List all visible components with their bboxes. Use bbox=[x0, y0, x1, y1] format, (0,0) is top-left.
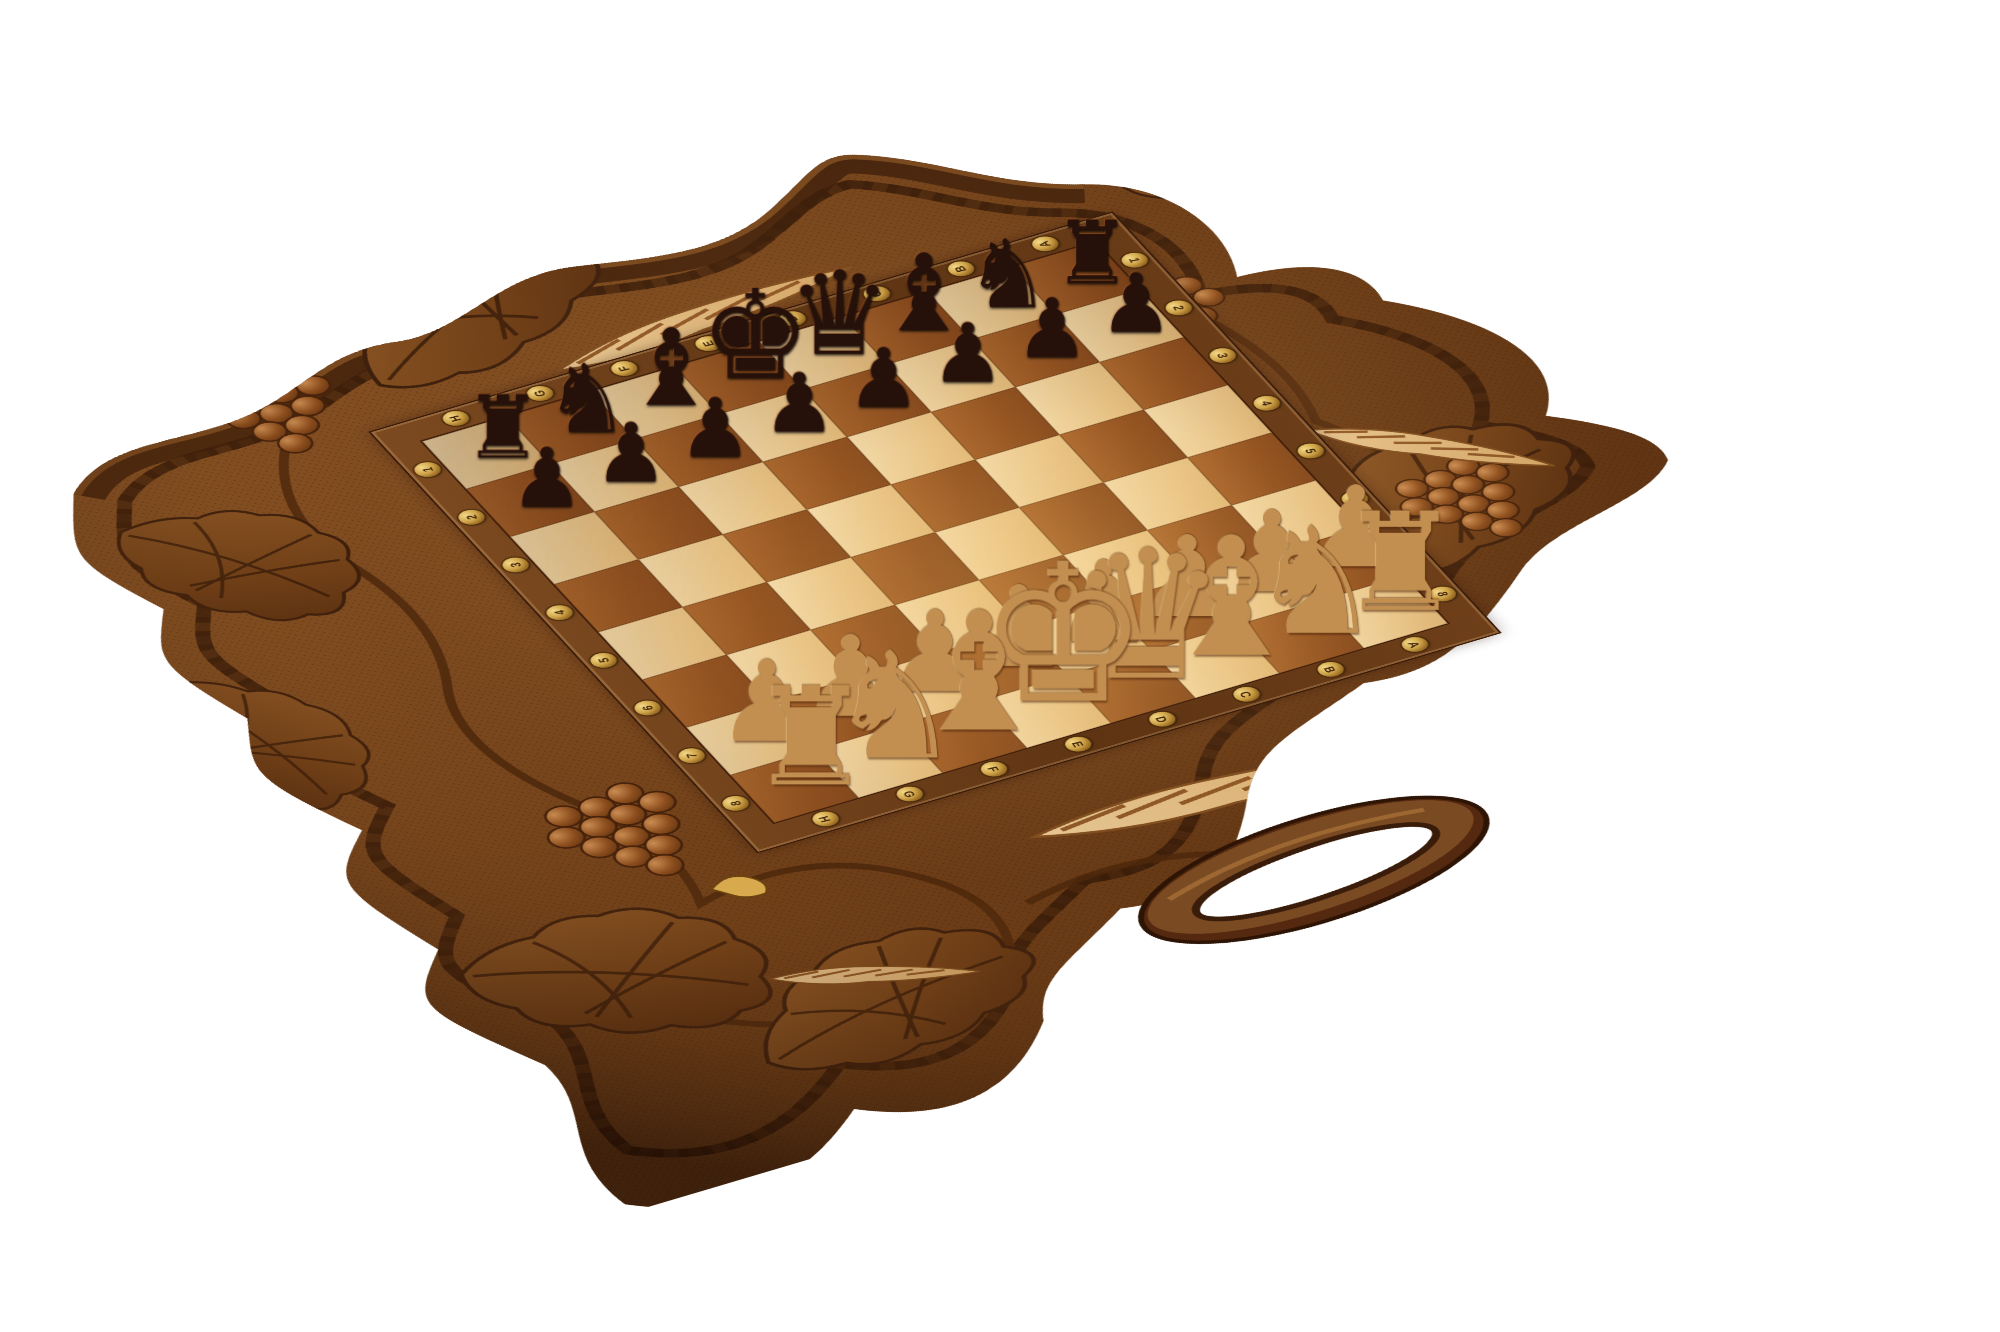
coordinate-label: 4 bbox=[552, 609, 568, 615]
coordinate-label: D bbox=[1154, 715, 1171, 723]
piece-glyph: ♜ bbox=[720, 669, 900, 805]
coordinate-label: C bbox=[1238, 690, 1255, 698]
coordinate-label: 4 bbox=[1259, 400, 1275, 407]
coordinate-label: 3 bbox=[508, 562, 524, 568]
carved-chess-case: 1122334455667788HHGGFFEEDDCCBBAA♜♞♝♚♛♝♞♜… bbox=[0, 1, 2000, 1216]
coordinate-label: 3 bbox=[1215, 352, 1231, 359]
coordinate-label: 6 bbox=[640, 705, 656, 711]
coordinate-label: 5 bbox=[1303, 447, 1319, 454]
coordinate-label: 5 bbox=[596, 657, 612, 663]
coordinate-label: F bbox=[985, 765, 1001, 773]
photo-canvas: 1122334455667788HHGGFFEEDDCCBBAA♜♞♝♚♛♝♞♜… bbox=[0, 0, 2000, 1332]
coordinate-label: H bbox=[817, 815, 834, 823]
coordinate-label: E bbox=[1070, 740, 1087, 748]
piece-glyph: ♟ bbox=[456, 437, 636, 519]
coordinate-label: G bbox=[901, 790, 918, 799]
coordinate-label: B bbox=[1322, 665, 1339, 673]
coordinate-label: A bbox=[1406, 640, 1423, 648]
